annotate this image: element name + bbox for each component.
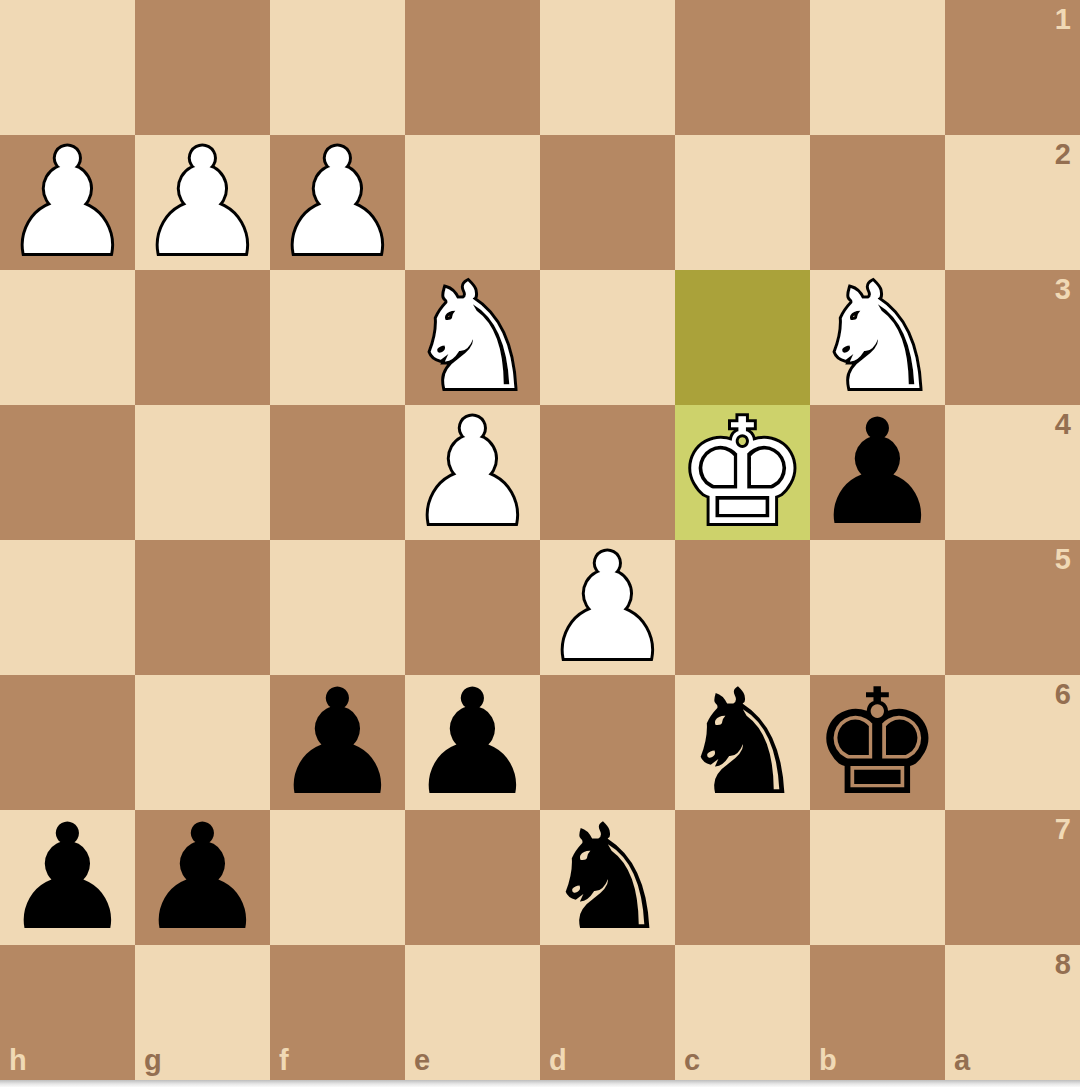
white-pawn[interactable]: ♟ bbox=[272, 135, 403, 270]
white-knight[interactable]: ♞ bbox=[407, 270, 538, 405]
square-f3[interactable] bbox=[270, 270, 405, 405]
file-label-b: b bbox=[819, 1046, 837, 1075]
square-b8[interactable]: b bbox=[810, 945, 945, 1080]
square-e8[interactable]: e bbox=[405, 945, 540, 1080]
chess-board: 1♟♟♟2♞♞3♟♚♟4♟5♟♟♞♚6♟♟♞7hgfedcba8 bbox=[0, 0, 1080, 1080]
square-e4[interactable]: ♟ bbox=[405, 405, 540, 540]
square-a6[interactable]: 6 bbox=[945, 675, 1080, 810]
file-label-c: c bbox=[684, 1046, 700, 1075]
white-pawn[interactable]: ♟ bbox=[542, 540, 673, 675]
square-h2[interactable]: ♟ bbox=[0, 135, 135, 270]
page-background-strip bbox=[0, 1080, 1080, 1087]
rank-label-5: 5 bbox=[1055, 545, 1071, 574]
square-g3[interactable] bbox=[135, 270, 270, 405]
square-a8[interactable]: a8 bbox=[945, 945, 1080, 1080]
square-b3[interactable]: ♞ bbox=[810, 270, 945, 405]
square-h7[interactable]: ♟ bbox=[0, 810, 135, 945]
square-e7[interactable] bbox=[405, 810, 540, 945]
black-king[interactable]: ♚ bbox=[812, 675, 943, 810]
square-g7[interactable]: ♟ bbox=[135, 810, 270, 945]
white-pawn[interactable]: ♟ bbox=[407, 405, 538, 540]
square-f6[interactable]: ♟ bbox=[270, 675, 405, 810]
rank-label-6: 6 bbox=[1055, 680, 1071, 709]
square-f1[interactable] bbox=[270, 0, 405, 135]
square-d2[interactable] bbox=[540, 135, 675, 270]
square-a1[interactable]: 1 bbox=[945, 0, 1080, 135]
square-a3[interactable]: 3 bbox=[945, 270, 1080, 405]
black-pawn[interactable]: ♟ bbox=[2, 810, 133, 945]
file-label-d: d bbox=[549, 1046, 567, 1075]
square-d6[interactable] bbox=[540, 675, 675, 810]
square-d3[interactable] bbox=[540, 270, 675, 405]
square-e2[interactable] bbox=[405, 135, 540, 270]
square-c2[interactable] bbox=[675, 135, 810, 270]
square-h8[interactable]: h bbox=[0, 945, 135, 1080]
square-d8[interactable]: d bbox=[540, 945, 675, 1080]
rank-label-4: 4 bbox=[1055, 410, 1071, 439]
rank-label-8: 8 bbox=[1055, 950, 1071, 979]
square-b2[interactable] bbox=[810, 135, 945, 270]
square-b1[interactable] bbox=[810, 0, 945, 135]
square-c8[interactable]: c bbox=[675, 945, 810, 1080]
square-h4[interactable] bbox=[0, 405, 135, 540]
file-label-f: f bbox=[279, 1046, 289, 1075]
square-e1[interactable] bbox=[405, 0, 540, 135]
white-pawn[interactable]: ♟ bbox=[2, 135, 133, 270]
square-e5[interactable] bbox=[405, 540, 540, 675]
file-label-h: h bbox=[9, 1046, 27, 1075]
square-g8[interactable]: g bbox=[135, 945, 270, 1080]
black-knight[interactable]: ♞ bbox=[677, 675, 808, 810]
square-c6[interactable]: ♞ bbox=[675, 675, 810, 810]
square-a4[interactable]: 4 bbox=[945, 405, 1080, 540]
file-label-a: a bbox=[954, 1046, 970, 1075]
square-h5[interactable] bbox=[0, 540, 135, 675]
square-c4[interactable]: ♚ bbox=[675, 405, 810, 540]
white-pawn[interactable]: ♟ bbox=[137, 135, 268, 270]
square-b7[interactable] bbox=[810, 810, 945, 945]
rank-label-3: 3 bbox=[1055, 275, 1071, 304]
square-e3[interactable]: ♞ bbox=[405, 270, 540, 405]
square-f7[interactable] bbox=[270, 810, 405, 945]
square-g6[interactable] bbox=[135, 675, 270, 810]
square-d7[interactable]: ♞ bbox=[540, 810, 675, 945]
rank-label-2: 2 bbox=[1055, 140, 1071, 169]
square-c7[interactable] bbox=[675, 810, 810, 945]
square-b4[interactable]: ♟ bbox=[810, 405, 945, 540]
white-king[interactable]: ♚ bbox=[677, 405, 808, 540]
square-a2[interactable]: 2 bbox=[945, 135, 1080, 270]
square-c3[interactable] bbox=[675, 270, 810, 405]
square-d1[interactable] bbox=[540, 0, 675, 135]
square-h3[interactable] bbox=[0, 270, 135, 405]
rank-label-1: 1 bbox=[1055, 5, 1071, 34]
square-b6[interactable]: ♚ bbox=[810, 675, 945, 810]
black-pawn[interactable]: ♟ bbox=[812, 405, 943, 540]
square-f2[interactable]: ♟ bbox=[270, 135, 405, 270]
black-pawn[interactable]: ♟ bbox=[137, 810, 268, 945]
square-d5[interactable]: ♟ bbox=[540, 540, 675, 675]
black-pawn[interactable]: ♟ bbox=[272, 675, 403, 810]
square-h6[interactable] bbox=[0, 675, 135, 810]
file-label-g: g bbox=[144, 1046, 162, 1075]
square-f4[interactable] bbox=[270, 405, 405, 540]
square-f5[interactable] bbox=[270, 540, 405, 675]
square-g4[interactable] bbox=[135, 405, 270, 540]
square-a7[interactable]: 7 bbox=[945, 810, 1080, 945]
square-c5[interactable] bbox=[675, 540, 810, 675]
square-f8[interactable]: f bbox=[270, 945, 405, 1080]
square-g2[interactable]: ♟ bbox=[135, 135, 270, 270]
file-label-e: e bbox=[414, 1046, 430, 1075]
square-b5[interactable] bbox=[810, 540, 945, 675]
white-knight[interactable]: ♞ bbox=[812, 270, 943, 405]
black-pawn[interactable]: ♟ bbox=[407, 675, 538, 810]
square-a5[interactable]: 5 bbox=[945, 540, 1080, 675]
square-c1[interactable] bbox=[675, 0, 810, 135]
square-g5[interactable] bbox=[135, 540, 270, 675]
black-knight[interactable]: ♞ bbox=[542, 810, 673, 945]
rank-label-7: 7 bbox=[1055, 815, 1071, 844]
square-h1[interactable] bbox=[0, 0, 135, 135]
square-g1[interactable] bbox=[135, 0, 270, 135]
square-d4[interactable] bbox=[540, 405, 675, 540]
square-e6[interactable]: ♟ bbox=[405, 675, 540, 810]
